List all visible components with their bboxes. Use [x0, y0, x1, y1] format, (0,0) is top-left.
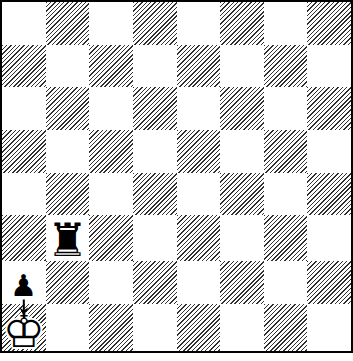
square-f8[interactable] [220, 2, 264, 45]
square-h8[interactable] [307, 2, 351, 45]
square-e1[interactable] [177, 304, 221, 351]
square-c1[interactable] [89, 304, 133, 351]
square-a1[interactable]: ♚♔ [2, 304, 46, 351]
square-h1[interactable] [307, 304, 351, 351]
square-c3[interactable] [89, 215, 133, 261]
square-h3[interactable] [307, 215, 351, 261]
white-king: ♚♔ [3, 307, 45, 354]
square-d7[interactable] [133, 45, 177, 88]
square-e3[interactable] [177, 215, 221, 261]
square-c2[interactable] [89, 261, 133, 304]
black-rook: ♜ [47, 217, 88, 263]
square-b2[interactable] [46, 261, 90, 304]
square-b4[interactable] [46, 173, 90, 216]
square-h6[interactable] [307, 87, 351, 130]
square-h7[interactable] [307, 45, 351, 88]
square-b3[interactable]: ♜ [46, 215, 90, 261]
square-e7[interactable] [177, 45, 221, 88]
square-e4[interactable] [177, 173, 221, 216]
square-h5[interactable] [307, 130, 351, 173]
square-g6[interactable] [264, 87, 308, 130]
square-d4[interactable] [133, 173, 177, 216]
square-g7[interactable] [264, 45, 308, 88]
square-b6[interactable] [46, 87, 90, 130]
square-e8[interactable] [177, 2, 221, 45]
square-d1[interactable] [133, 304, 177, 351]
square-g4[interactable] [264, 173, 308, 216]
square-b1[interactable] [46, 304, 90, 351]
square-g1[interactable] [264, 304, 308, 351]
black-pawn-glyph: ♟ [10, 271, 37, 301]
square-c6[interactable] [89, 87, 133, 130]
square-h2[interactable] [307, 261, 351, 304]
square-g2[interactable] [264, 261, 308, 304]
square-b7[interactable] [46, 45, 90, 88]
white-king-glyph: ♔ [3, 307, 45, 354]
chess-diagram: ♜♟♚♔ [0, 0, 353, 361]
black-pawn: ♟ [10, 271, 37, 301]
square-c7[interactable] [89, 45, 133, 88]
square-e5[interactable] [177, 130, 221, 173]
square-a6[interactable] [2, 87, 46, 130]
square-a3[interactable] [2, 215, 46, 261]
square-d8[interactable] [133, 2, 177, 45]
square-f4[interactable] [220, 173, 264, 216]
bottom-margin [0, 353, 353, 361]
square-d6[interactable] [133, 87, 177, 130]
square-f3[interactable] [220, 215, 264, 261]
square-g8[interactable] [264, 2, 308, 45]
square-a5[interactable] [2, 130, 46, 173]
square-f6[interactable] [220, 87, 264, 130]
square-g5[interactable] [264, 130, 308, 173]
square-a7[interactable] [2, 45, 46, 88]
square-g3[interactable] [264, 215, 308, 261]
square-a8[interactable] [2, 2, 46, 45]
square-a2[interactable]: ♟ [2, 261, 46, 304]
square-f5[interactable] [220, 130, 264, 173]
square-b5[interactable] [46, 130, 90, 173]
square-c5[interactable] [89, 130, 133, 173]
square-f7[interactable] [220, 45, 264, 88]
square-d2[interactable] [133, 261, 177, 304]
square-e2[interactable] [177, 261, 221, 304]
square-d5[interactable] [133, 130, 177, 173]
square-a4[interactable] [2, 173, 46, 216]
square-b8[interactable] [46, 2, 90, 45]
square-f1[interactable] [220, 304, 264, 351]
square-c8[interactable] [89, 2, 133, 45]
square-h4[interactable] [307, 173, 351, 216]
chess-board: ♜♟♚♔ [0, 0, 353, 353]
square-e6[interactable] [177, 87, 221, 130]
square-c4[interactable] [89, 173, 133, 216]
black-rook-glyph: ♜ [47, 217, 88, 263]
square-f2[interactable] [220, 261, 264, 304]
square-d3[interactable] [133, 215, 177, 261]
